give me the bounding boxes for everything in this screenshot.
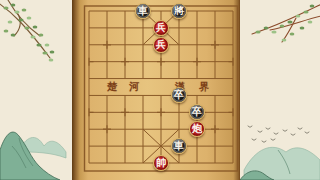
branch-illustration-top-right [252,4,320,42]
piece-black-chariot[interactable]: 車 [135,3,151,19]
piece-black-chariot[interactable]: 車 [171,138,187,154]
mountains-illustration-bottom-left [0,132,66,180]
piece-black-soldier[interactable]: 卒 [189,104,205,120]
piece-black-general[interactable]: 將 [171,3,187,19]
piece-red-general[interactable]: 帥 [153,155,169,171]
mountains-illustration-bottom-right [240,147,320,180]
piece-red-soldier[interactable]: 兵 [153,37,169,53]
game-scene: 楚 河 漢 界 車將兵兵卒卒炮車帥 [0,0,320,180]
branch-illustration-top-left [0,0,54,62]
piece-black-soldier[interactable]: 卒 [171,87,187,103]
pieces-layer: 車將兵兵卒卒炮車帥 [80,3,242,172]
piece-red-soldier[interactable]: 兵 [153,20,169,36]
birds-illustration [248,126,309,142]
xiangqi-board: 楚 河 漢 界 車將兵兵卒卒炮車帥 [72,0,240,180]
piece-red-cannon[interactable]: 炮 [189,121,205,137]
